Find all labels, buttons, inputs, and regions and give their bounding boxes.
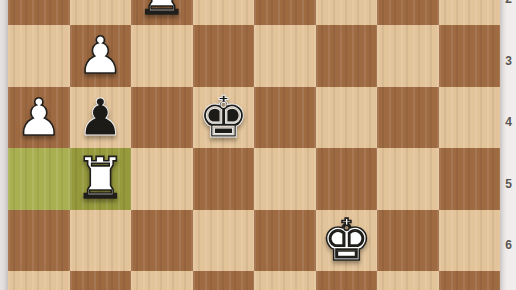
square-a2[interactable] <box>439 0 501 25</box>
square-a7[interactable] <box>439 271 501 290</box>
square-g5[interactable]: ♜ <box>70 148 132 210</box>
square-c6[interactable]: ♚ <box>316 210 378 272</box>
square-e3[interactable] <box>193 25 255 87</box>
square-b5[interactable] <box>377 148 439 210</box>
square-f6[interactable] <box>131 210 193 272</box>
square-g2[interactable] <box>70 0 132 25</box>
square-a6[interactable] <box>439 210 501 272</box>
square-e6[interactable] <box>193 210 255 272</box>
black-king[interactable]: ♚ <box>198 87 249 149</box>
square-e5[interactable] <box>193 148 255 210</box>
square-c4[interactable] <box>316 87 378 149</box>
rank-label-6: 6 <box>502 237 515 253</box>
square-a3[interactable] <box>439 25 501 87</box>
square-f4[interactable] <box>131 87 193 149</box>
square-g3[interactable]: ♟ <box>70 25 132 87</box>
square-g6[interactable] <box>70 210 132 272</box>
square-g4[interactable]: ♟ <box>70 87 132 149</box>
square-e2[interactable] <box>193 0 255 25</box>
square-f7[interactable] <box>131 271 193 290</box>
square-a4[interactable] <box>439 87 501 149</box>
rank-label-3: 3 <box>502 53 515 69</box>
white-rook[interactable]: ♜ <box>75 148 126 210</box>
square-c3[interactable] <box>316 25 378 87</box>
black-pawn[interactable]: ♟ <box>77 87 123 149</box>
square-d2[interactable] <box>254 0 316 25</box>
square-b4[interactable] <box>377 87 439 149</box>
square-f3[interactable] <box>131 25 193 87</box>
square-b6[interactable] <box>377 210 439 272</box>
square-b2[interactable] <box>377 0 439 25</box>
rank-label-5: 5 <box>502 176 515 192</box>
square-e7[interactable] <box>193 271 255 290</box>
square-h6[interactable] <box>8 210 70 272</box>
square-b7[interactable] <box>377 271 439 290</box>
square-d4[interactable] <box>254 87 316 149</box>
white-king[interactable]: ♚ <box>321 210 372 272</box>
white-pawn[interactable]: ♟ <box>16 87 62 149</box>
square-h4[interactable]: ♟ <box>8 87 70 149</box>
square-c5[interactable] <box>316 148 378 210</box>
white-pawn[interactable]: ♟ <box>77 25 123 87</box>
square-d3[interactable] <box>254 25 316 87</box>
square-h3[interactable] <box>8 25 70 87</box>
square-f2[interactable]: ♜ <box>131 0 193 25</box>
square-h7[interactable] <box>8 271 70 290</box>
chess-app-viewport: ♜♟♟♟♚♜♚ 23456 <box>0 0 516 290</box>
square-c7[interactable] <box>316 271 378 290</box>
square-d5[interactable] <box>254 148 316 210</box>
white-rook[interactable]: ♜ <box>136 0 187 25</box>
square-a5[interactable] <box>439 148 501 210</box>
rank-label-2: 2 <box>502 0 515 7</box>
square-h5[interactable] <box>8 148 70 210</box>
square-e4[interactable]: ♚ <box>193 87 255 149</box>
square-d6[interactable] <box>254 210 316 272</box>
rank-label-4: 4 <box>502 114 515 130</box>
chess-board[interactable]: ♜♟♟♟♚♜♚ <box>8 0 500 290</box>
square-d7[interactable] <box>254 271 316 290</box>
square-h2[interactable] <box>8 0 70 25</box>
square-b3[interactable] <box>377 25 439 87</box>
square-f5[interactable] <box>131 148 193 210</box>
square-g7[interactable] <box>70 271 132 290</box>
square-c2[interactable] <box>316 0 378 25</box>
